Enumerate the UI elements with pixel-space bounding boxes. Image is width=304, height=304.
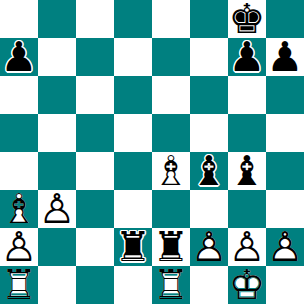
white-pawn[interactable]: ♟♙ <box>190 228 228 266</box>
white-rook[interactable]: ♜♖ <box>152 266 190 304</box>
white-pawn-icon: ♙ <box>38 190 76 228</box>
black-rook-icon: ♜ <box>114 228 152 266</box>
square-g1[interactable]: ♚♔ <box>228 266 266 304</box>
square-d4[interactable] <box>114 152 152 190</box>
square-c8[interactable] <box>76 0 114 38</box>
square-d6[interactable] <box>114 76 152 114</box>
black-bishop-icon: ♝ <box>190 152 228 190</box>
square-h5[interactable] <box>266 114 304 152</box>
square-a7[interactable]: ♟ <box>0 38 38 76</box>
black-pawn[interactable]: ♟ <box>0 38 38 76</box>
white-rook[interactable]: ♜♖ <box>0 266 38 304</box>
black-pawn[interactable]: ♟ <box>266 38 304 76</box>
black-bishop[interactable]: ♝ <box>190 152 228 190</box>
square-b5[interactable] <box>38 114 76 152</box>
black-bishop[interactable]: ♝ <box>228 152 266 190</box>
black-bishop-icon: ♝ <box>228 152 266 190</box>
white-bishop[interactable]: ♝♗ <box>152 152 190 190</box>
white-pawn-icon: ♙ <box>190 228 228 266</box>
square-f7[interactable] <box>190 38 228 76</box>
square-c3[interactable] <box>76 190 114 228</box>
chess-board: ♚♟♟♟♝♗♝♝♝♗♟♙♟♙♜♜♟♙♟♙♟♙♜♖♜♖♚♔ <box>0 0 304 304</box>
square-e6[interactable] <box>152 76 190 114</box>
white-pawn-icon: ♙ <box>266 228 304 266</box>
square-h6[interactable] <box>266 76 304 114</box>
square-f4[interactable]: ♝ <box>190 152 228 190</box>
black-pawn-icon: ♟ <box>228 38 266 76</box>
square-a6[interactable] <box>0 76 38 114</box>
black-pawn-icon: ♟ <box>266 38 304 76</box>
square-e7[interactable] <box>152 38 190 76</box>
square-e4[interactable]: ♝♗ <box>152 152 190 190</box>
square-d8[interactable] <box>114 0 152 38</box>
square-f1[interactable] <box>190 266 228 304</box>
black-pawn-icon: ♟ <box>0 38 38 76</box>
square-f6[interactable] <box>190 76 228 114</box>
square-h7[interactable]: ♟ <box>266 38 304 76</box>
square-h4[interactable] <box>266 152 304 190</box>
square-f8[interactable] <box>190 0 228 38</box>
square-c2[interactable] <box>76 228 114 266</box>
white-rook-icon: ♖ <box>0 266 38 304</box>
square-d1[interactable] <box>114 266 152 304</box>
square-h1[interactable] <box>266 266 304 304</box>
square-b8[interactable] <box>38 0 76 38</box>
square-g7[interactable]: ♟ <box>228 38 266 76</box>
white-king-icon: ♔ <box>228 266 266 304</box>
square-c6[interactable] <box>76 76 114 114</box>
square-c5[interactable] <box>76 114 114 152</box>
chess-board-window: ♚♟♟♟♝♗♝♝♝♗♟♙♟♙♜♜♟♙♟♙♟♙♜♖♜♖♚♔ <box>0 0 304 304</box>
square-e8[interactable] <box>152 0 190 38</box>
square-b2[interactable] <box>38 228 76 266</box>
square-e1[interactable]: ♜♖ <box>152 266 190 304</box>
square-b3[interactable]: ♟♙ <box>38 190 76 228</box>
square-a1[interactable]: ♜♖ <box>0 266 38 304</box>
black-rook[interactable]: ♜ <box>114 228 152 266</box>
square-c7[interactable] <box>76 38 114 76</box>
black-pawn[interactable]: ♟ <box>228 38 266 76</box>
square-f2[interactable]: ♟♙ <box>190 228 228 266</box>
square-b6[interactable] <box>38 76 76 114</box>
square-b7[interactable] <box>38 38 76 76</box>
square-a5[interactable] <box>0 114 38 152</box>
square-g4[interactable]: ♝ <box>228 152 266 190</box>
white-pawn[interactable]: ♟♙ <box>38 190 76 228</box>
square-c1[interactable] <box>76 266 114 304</box>
square-g6[interactable] <box>228 76 266 114</box>
white-bishop-icon: ♗ <box>152 152 190 190</box>
square-b1[interactable] <box>38 266 76 304</box>
square-d2[interactable]: ♜ <box>114 228 152 266</box>
square-d7[interactable] <box>114 38 152 76</box>
square-d5[interactable] <box>114 114 152 152</box>
white-king[interactable]: ♚♔ <box>228 266 266 304</box>
white-pawn[interactable]: ♟♙ <box>266 228 304 266</box>
white-rook-icon: ♖ <box>152 266 190 304</box>
square-c4[interactable] <box>76 152 114 190</box>
square-h2[interactable]: ♟♙ <box>266 228 304 266</box>
